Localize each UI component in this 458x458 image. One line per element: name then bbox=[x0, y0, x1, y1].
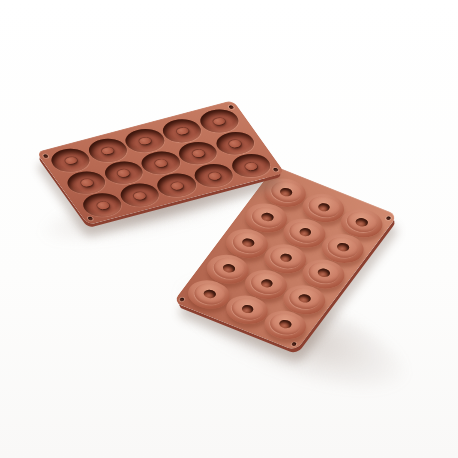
cavity-center-post bbox=[228, 139, 243, 148]
bump-plateau bbox=[266, 177, 307, 206]
cavity-center-post bbox=[64, 156, 79, 165]
bump-center-hole bbox=[316, 201, 332, 212]
cavity-center-post bbox=[175, 127, 190, 136]
bump-plateau bbox=[208, 254, 249, 283]
bump-center-hole bbox=[297, 293, 313, 304]
cavity-center-post bbox=[154, 159, 169, 168]
bump-plateau bbox=[284, 284, 325, 313]
bump-center-hole bbox=[278, 252, 294, 263]
bump-plateau bbox=[304, 259, 345, 288]
bump-center-hole bbox=[259, 278, 275, 289]
bump-center-hole bbox=[259, 212, 275, 223]
cavity-center-post bbox=[133, 191, 148, 200]
scene bbox=[0, 0, 458, 458]
bump-center-hole bbox=[354, 216, 370, 227]
bump-plateau bbox=[323, 233, 364, 262]
bump-center-hole bbox=[278, 318, 294, 329]
cavity-center-post bbox=[212, 117, 227, 126]
cavity-center-post bbox=[101, 146, 116, 155]
cavity-center-post bbox=[207, 172, 222, 181]
bump-plateau bbox=[247, 203, 288, 232]
bump-center-hole bbox=[240, 303, 256, 314]
bump-center-hole bbox=[221, 263, 237, 274]
bump-plateau bbox=[266, 244, 307, 273]
bump-center-hole bbox=[316, 267, 332, 278]
cavity-center-post bbox=[191, 149, 206, 158]
bump-plateau bbox=[304, 193, 345, 222]
cavity-center-post bbox=[138, 137, 153, 146]
bump-plateau bbox=[227, 295, 268, 324]
bump-center-hole bbox=[297, 227, 313, 238]
bump-center-hole bbox=[278, 186, 294, 197]
cavity-center-post bbox=[244, 162, 259, 171]
bump-plateau bbox=[228, 228, 269, 257]
cavity-center-post bbox=[117, 169, 132, 178]
bump-plateau bbox=[265, 310, 306, 339]
bump-plateau bbox=[246, 269, 287, 298]
cavity-center-post bbox=[96, 201, 111, 210]
bump-center-hole bbox=[240, 237, 256, 248]
cavity-center-post bbox=[80, 179, 95, 188]
bump-plateau bbox=[189, 279, 230, 308]
bump-center-hole bbox=[335, 242, 351, 253]
cavity-center-post bbox=[170, 181, 185, 190]
bump-plateau bbox=[342, 208, 383, 237]
bump-plateau bbox=[285, 218, 326, 247]
bump-center-hole bbox=[202, 288, 218, 299]
